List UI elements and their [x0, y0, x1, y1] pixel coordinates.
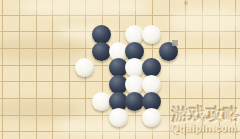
gomoku-board[interactable]: 游戏攻略 Qqaipin.com — [0, 0, 240, 139]
board-speck — [184, 1, 188, 5]
stone-white — [75, 58, 94, 77]
stone-white — [109, 108, 128, 127]
grid-vline — [169, 0, 170, 139]
grid-vline — [69, 0, 70, 139]
grid-hline — [0, 31, 240, 32]
grid-hline — [0, 15, 240, 16]
grid-vline — [36, 0, 37, 139]
grid-vline — [2, 0, 3, 139]
grid-vline — [102, 0, 103, 139]
grid-vline — [19, 0, 20, 139]
stone-white — [142, 108, 161, 127]
gray-artifact — [172, 40, 178, 46]
watermark-site: Qqaipin.com — [171, 123, 237, 134]
grid-vline — [52, 0, 53, 139]
stone-white — [142, 25, 161, 44]
